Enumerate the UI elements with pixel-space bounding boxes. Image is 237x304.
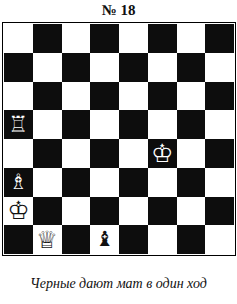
square-h5	[205, 110, 234, 139]
square-b4	[33, 139, 62, 168]
piece-black-rook: ♖	[9, 114, 29, 136]
square-h8	[205, 24, 234, 53]
square-d1: ♝	[90, 225, 119, 254]
square-d3	[90, 168, 119, 197]
square-e6	[119, 82, 148, 111]
square-c4	[62, 139, 91, 168]
square-e5	[119, 110, 148, 139]
square-e4	[119, 139, 148, 168]
square-g8	[177, 24, 206, 53]
puzzle-caption: Черные дают мат в один ход	[0, 272, 237, 296]
square-h1	[205, 225, 234, 254]
square-d4	[90, 139, 119, 168]
square-c2	[62, 197, 91, 226]
square-g1	[177, 225, 206, 254]
square-b6	[33, 82, 62, 111]
piece-black-bishop: ♗	[9, 172, 28, 193]
square-c3	[62, 168, 91, 197]
square-h7	[205, 53, 234, 82]
square-b7	[33, 53, 62, 82]
square-f7	[148, 53, 177, 82]
square-g6	[177, 82, 206, 111]
square-d5	[90, 110, 119, 139]
square-e7	[119, 53, 148, 82]
piece-white-king: ♔	[7, 198, 29, 223]
square-a3: ♗	[4, 168, 33, 197]
piece-white-queen: ♕	[36, 228, 58, 252]
square-a2: ♔	[4, 197, 33, 226]
square-d2	[90, 197, 119, 226]
square-g7	[177, 53, 206, 82]
square-a6	[4, 82, 33, 111]
square-g4	[177, 139, 206, 168]
square-d8	[90, 24, 119, 53]
piece-black-bishop: ♝	[95, 229, 114, 250]
square-f8	[148, 24, 177, 53]
square-f2	[148, 197, 177, 226]
square-a7	[4, 53, 33, 82]
square-e8	[119, 24, 148, 53]
square-e2	[119, 197, 148, 226]
square-h2	[205, 197, 234, 226]
square-a5: ♖	[4, 110, 33, 139]
square-h4	[205, 139, 234, 168]
square-c5	[62, 110, 91, 139]
piece-black-king: ♔	[151, 141, 173, 166]
square-c8	[62, 24, 91, 53]
square-b2	[33, 197, 62, 226]
square-f3	[148, 168, 177, 197]
square-f6	[148, 82, 177, 111]
square-b5	[33, 110, 62, 139]
square-c1	[62, 225, 91, 254]
chess-board-frame: ♖♔♗♔♕♝	[2, 22, 236, 256]
square-a4	[4, 139, 33, 168]
square-d6	[90, 82, 119, 111]
square-g5	[177, 110, 206, 139]
square-a1	[4, 225, 33, 254]
square-f1	[148, 225, 177, 254]
square-f4: ♔	[148, 139, 177, 168]
square-e3	[119, 168, 148, 197]
square-g2	[177, 197, 206, 226]
square-h6	[205, 82, 234, 111]
square-g3	[177, 168, 206, 197]
square-h3	[205, 168, 234, 197]
page-title: № 18	[0, 0, 237, 20]
square-c6	[62, 82, 91, 111]
square-a8	[4, 24, 33, 53]
square-e1	[119, 225, 148, 254]
square-d7	[90, 53, 119, 82]
square-b3	[33, 168, 62, 197]
square-b8	[33, 24, 62, 53]
square-b1: ♕	[33, 225, 62, 254]
square-f5	[148, 110, 177, 139]
square-c7	[62, 53, 91, 82]
chess-board: ♖♔♗♔♕♝	[4, 24, 234, 254]
